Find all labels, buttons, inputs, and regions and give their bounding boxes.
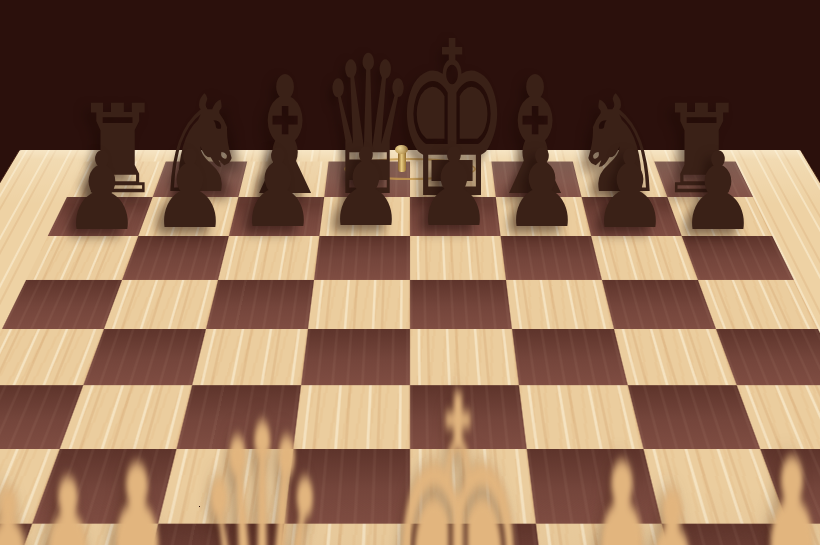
piece-black-pawn-e7: ♟	[415, 134, 492, 242]
piece-black-pawn-g7: ♟	[591, 136, 668, 244]
piece-white-queen-d1: ♛	[194, 372, 330, 545]
pieces-layer: ♜♞♝♛♚♝♞♜♟♟♟♟♟♟♟♟♟♟♟♟♟♟♛♚	[0, 0, 820, 545]
piece-black-pawn-c7: ♟	[239, 135, 316, 243]
piece-black-pawn-f7: ♟	[503, 135, 580, 243]
piece-black-pawn-b7: ♟	[151, 136, 228, 244]
chess-photo-scene: ♜♞♝♛♚♝♞♜♟♟♟♟♟♟♟♟♟♟♟♟♟♟♛♚	[0, 0, 820, 545]
piece-black-pawn-h7: ♟	[680, 138, 757, 246]
piece-white-king-e1: ♚	[386, 338, 529, 545]
piece-white-pawn-h2: ♟	[729, 420, 820, 545]
piece-black-pawn-a7: ♟	[63, 138, 140, 246]
piece-white-pawn-c2: ♟	[75, 429, 200, 545]
piece-white-pawn-g2: ♟	[618, 457, 727, 545]
piece-black-pawn-d7: ♟	[327, 134, 404, 242]
